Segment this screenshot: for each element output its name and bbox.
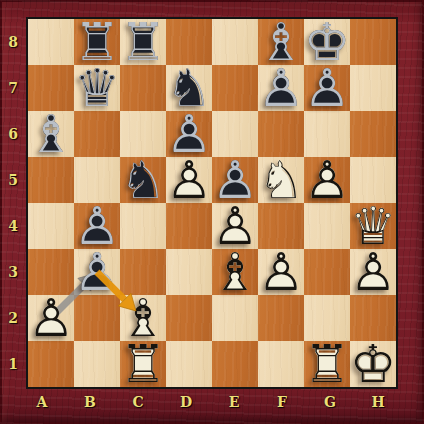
pieces-layer: ♜♖♜♖♝♗♚♔♛♕♞♘♟♙♟♙♝♗♟♙♞♘♟♙♟♙♞♘♟♙♟♙♟♙♛♕♟♙♝♗… — [28, 19, 396, 387]
piece-cell-c4 — [120, 203, 166, 249]
piece-cell-c8: ♜♖ — [120, 19, 166, 65]
piece-cell-g7: ♟♙ — [304, 65, 350, 111]
black-knight-outline: ♘ — [120, 157, 166, 203]
rank-labels: 87654321 — [0, 19, 26, 387]
black-queen-outline: ♕ — [74, 65, 120, 111]
piece-cell-e8 — [212, 19, 258, 65]
piece-white-king-h1[interactable]: ♚♔ — [350, 341, 396, 387]
rank-label-7: 7 — [0, 65, 26, 111]
piece-cell-d1 — [166, 341, 212, 387]
piece-cell-a5 — [28, 157, 74, 203]
chess-board-frame: ♜♖♜♖♝♗♚♔♛♕♞♘♟♙♟♙♝♗♟♙♞♘♟♙♟♙♞♘♟♙♟♙♟♙♛♕♟♙♝♗… — [0, 0, 424, 424]
piece-cell-e2 — [212, 295, 258, 341]
piece-cell-f3: ♟♙ — [258, 249, 304, 295]
black-pawn-outline: ♙ — [304, 65, 350, 111]
white-rook-outline: ♖ — [120, 341, 166, 387]
piece-cell-d2 — [166, 295, 212, 341]
rank-label-4: 4 — [0, 203, 26, 249]
white-pawn-outline: ♙ — [28, 295, 74, 341]
piece-cell-f7: ♟♙ — [258, 65, 304, 111]
piece-black-queen-b7[interactable]: ♛♕ — [74, 65, 120, 111]
piece-cell-h7 — [350, 65, 396, 111]
piece-cell-c7 — [120, 65, 166, 111]
piece-cell-e1 — [212, 341, 258, 387]
piece-white-pawn-d5[interactable]: ♟♙ — [166, 157, 212, 203]
piece-cell-f5: ♞♘ — [258, 157, 304, 203]
piece-cell-h1: ♚♔ — [350, 341, 396, 387]
piece-cell-g5: ♟♙ — [304, 157, 350, 203]
piece-black-rook-c8[interactable]: ♜♖ — [120, 19, 166, 65]
piece-cell-b6 — [74, 111, 120, 157]
piece-cell-d4 — [166, 203, 212, 249]
white-king-outline: ♔ — [350, 341, 396, 387]
file-label-h: H — [371, 394, 384, 410]
piece-black-pawn-g7[interactable]: ♟♙ — [304, 65, 350, 111]
piece-cell-b1 — [74, 341, 120, 387]
file-label-c: C — [132, 394, 143, 410]
piece-cell-e7 — [212, 65, 258, 111]
rank-label-8: 8 — [0, 19, 26, 65]
piece-white-rook-g1[interactable]: ♜♖ — [304, 341, 350, 387]
piece-white-rook-c1[interactable]: ♜♖ — [120, 341, 166, 387]
piece-white-pawn-g5[interactable]: ♟♙ — [304, 157, 350, 203]
rank-label-5: 5 — [0, 157, 26, 203]
white-bishop-outline: ♗ — [212, 249, 258, 295]
piece-cell-a1 — [28, 341, 74, 387]
piece-cell-h3: ♟♙ — [350, 249, 396, 295]
piece-white-pawn-f3[interactable]: ♟♙ — [258, 249, 304, 295]
piece-cell-a4 — [28, 203, 74, 249]
rank-label-6: 6 — [0, 111, 26, 157]
file-label-g: G — [324, 394, 336, 410]
white-pawn-outline: ♙ — [304, 157, 350, 203]
rank-label-1: 1 — [0, 341, 26, 387]
white-knight-outline: ♘ — [258, 157, 304, 203]
piece-cell-g3 — [304, 249, 350, 295]
file-label-f: F — [277, 394, 287, 410]
rank-label-2: 2 — [0, 295, 26, 341]
rank-label-3: 3 — [0, 249, 26, 295]
piece-black-knight-c5[interactable]: ♞♘ — [120, 157, 166, 203]
piece-cell-b3: ♟♙ — [74, 249, 120, 295]
piece-cell-c5: ♞♘ — [120, 157, 166, 203]
white-pawn-outline: ♙ — [350, 249, 396, 295]
piece-black-bishop-a6[interactable]: ♝♗ — [28, 111, 74, 157]
piece-cell-a2: ♟♙ — [28, 295, 74, 341]
piece-white-pawn-a2[interactable]: ♟♙ — [28, 295, 74, 341]
piece-cell-b2 — [74, 295, 120, 341]
chess-board: ♜♖♜♖♝♗♚♔♛♕♞♘♟♙♟♙♝♗♟♙♞♘♟♙♟♙♞♘♟♙♟♙♟♙♛♕♟♙♝♗… — [26, 17, 398, 389]
black-bishop-outline: ♗ — [28, 111, 74, 157]
white-rook-outline: ♖ — [304, 341, 350, 387]
piece-cell-g4 — [304, 203, 350, 249]
file-label-d: D — [180, 394, 192, 410]
piece-cell-f1 — [258, 341, 304, 387]
piece-cell-a6: ♝♗ — [28, 111, 74, 157]
file-label-b: B — [84, 394, 96, 410]
white-pawn-outline: ♙ — [166, 157, 212, 203]
piece-cell-b7: ♛♕ — [74, 65, 120, 111]
piece-cell-g1: ♜♖ — [304, 341, 350, 387]
piece-cell-c1: ♜♖ — [120, 341, 166, 387]
black-pawn-outline: ♙ — [258, 65, 304, 111]
piece-cell-e3: ♝♗ — [212, 249, 258, 295]
white-pawn-outline: ♙ — [258, 249, 304, 295]
piece-cell-f2 — [258, 295, 304, 341]
piece-white-bishop-e3[interactable]: ♝♗ — [212, 249, 258, 295]
black-rook-outline: ♖ — [120, 19, 166, 65]
piece-white-pawn-h3[interactable]: ♟♙ — [350, 249, 396, 295]
file-label-a: A — [37, 394, 48, 410]
piece-cell-h8 — [350, 19, 396, 65]
piece-cell-a8 — [28, 19, 74, 65]
file-label-e: E — [229, 394, 240, 410]
piece-cell-d5: ♟♙ — [166, 157, 212, 203]
black-pawn-outline: ♙ — [74, 249, 120, 295]
piece-black-pawn-b3[interactable]: ♟♙ — [74, 249, 120, 295]
piece-cell-h6 — [350, 111, 396, 157]
piece-cell-d3 — [166, 249, 212, 295]
piece-black-pawn-f7[interactable]: ♟♙ — [258, 65, 304, 111]
piece-white-knight-f5[interactable]: ♞♘ — [258, 157, 304, 203]
